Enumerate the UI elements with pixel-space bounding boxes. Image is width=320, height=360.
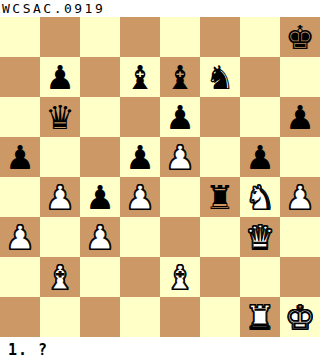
- black-pawn-icon: ♟: [45, 61, 75, 94]
- square-c3[interactable]: ♟: [80, 217, 120, 257]
- square-d1[interactable]: [120, 297, 160, 337]
- square-f1[interactable]: [200, 297, 240, 337]
- square-e1[interactable]: [160, 297, 200, 337]
- square-g4[interactable]: ♞: [240, 177, 280, 217]
- square-c5[interactable]: [80, 137, 120, 177]
- square-e7[interactable]: ♝: [160, 57, 200, 97]
- black-rook-icon: ♜: [205, 181, 235, 214]
- white-pawn-icon: ♟: [165, 141, 195, 174]
- square-h3[interactable]: [280, 217, 320, 257]
- square-d2[interactable]: [120, 257, 160, 297]
- square-c4[interactable]: ♟: [80, 177, 120, 217]
- black-pawn-icon: ♟: [165, 101, 195, 134]
- square-h8[interactable]: ♚: [280, 17, 320, 57]
- square-e2[interactable]: ♝: [160, 257, 200, 297]
- white-pawn-icon: ♟: [85, 221, 115, 254]
- square-d8[interactable]: [120, 17, 160, 57]
- square-f3[interactable]: [200, 217, 240, 257]
- square-b8[interactable]: [40, 17, 80, 57]
- square-b1[interactable]: [40, 297, 80, 337]
- chess-board: ♚♟♝♝♞♛♟♟♟♟♟♟♟♟♟♜♞♟♟♟♛♝♝♜♚: [0, 17, 320, 337]
- black-king-icon: ♚: [285, 21, 315, 54]
- square-a8[interactable]: [0, 17, 40, 57]
- chess-diagram: WCSAC.0919 ♚♟♝♝♞♛♟♟♟♟♟♟♟♟♟♜♞♟♟♟♛♝♝♜♚ 1. …: [0, 0, 320, 360]
- square-e6[interactable]: ♟: [160, 97, 200, 137]
- square-g2[interactable]: [240, 257, 280, 297]
- square-g8[interactable]: [240, 17, 280, 57]
- white-knight-icon: ♞: [245, 181, 275, 214]
- square-h7[interactable]: [280, 57, 320, 97]
- white-pawn-icon: ♟: [45, 181, 75, 214]
- square-e3[interactable]: [160, 217, 200, 257]
- white-bishop-icon: ♝: [45, 261, 75, 294]
- square-h6[interactable]: ♟: [280, 97, 320, 137]
- square-b6[interactable]: ♛: [40, 97, 80, 137]
- square-h2[interactable]: [280, 257, 320, 297]
- square-a6[interactable]: [0, 97, 40, 137]
- square-h4[interactable]: ♟: [280, 177, 320, 217]
- square-f7[interactable]: ♞: [200, 57, 240, 97]
- square-c1[interactable]: [80, 297, 120, 337]
- square-g3[interactable]: ♛: [240, 217, 280, 257]
- square-g6[interactable]: [240, 97, 280, 137]
- black-knight-icon: ♞: [205, 61, 235, 94]
- square-f4[interactable]: ♜: [200, 177, 240, 217]
- square-d7[interactable]: ♝: [120, 57, 160, 97]
- square-b3[interactable]: [40, 217, 80, 257]
- square-g5[interactable]: ♟: [240, 137, 280, 177]
- black-bishop-icon: ♝: [165, 61, 195, 94]
- square-f2[interactable]: [200, 257, 240, 297]
- black-pawn-icon: ♟: [245, 141, 275, 174]
- square-a1[interactable]: [0, 297, 40, 337]
- square-e4[interactable]: [160, 177, 200, 217]
- square-d4[interactable]: ♟: [120, 177, 160, 217]
- square-g7[interactable]: [240, 57, 280, 97]
- white-king-icon: ♚: [285, 301, 315, 334]
- square-b7[interactable]: ♟: [40, 57, 80, 97]
- white-pawn-icon: ♟: [5, 221, 35, 254]
- square-c8[interactable]: [80, 17, 120, 57]
- square-b2[interactable]: ♝: [40, 257, 80, 297]
- square-b5[interactable]: [40, 137, 80, 177]
- square-d5[interactable]: ♟: [120, 137, 160, 177]
- square-a7[interactable]: [0, 57, 40, 97]
- black-queen-icon: ♛: [45, 101, 75, 134]
- square-f5[interactable]: [200, 137, 240, 177]
- square-a5[interactable]: ♟: [0, 137, 40, 177]
- square-c7[interactable]: [80, 57, 120, 97]
- square-c2[interactable]: [80, 257, 120, 297]
- diagram-title: WCSAC.0919: [0, 0, 320, 17]
- square-a3[interactable]: ♟: [0, 217, 40, 257]
- square-c6[interactable]: [80, 97, 120, 137]
- white-queen-icon: ♛: [245, 221, 275, 254]
- square-e8[interactable]: [160, 17, 200, 57]
- square-d3[interactable]: [120, 217, 160, 257]
- square-b4[interactable]: ♟: [40, 177, 80, 217]
- move-prompt: 1. ?: [0, 337, 320, 360]
- black-pawn-icon: ♟: [5, 141, 35, 174]
- white-pawn-icon: ♟: [125, 181, 155, 214]
- white-bishop-icon: ♝: [165, 261, 195, 294]
- square-d6[interactable]: [120, 97, 160, 137]
- black-pawn-icon: ♟: [125, 141, 155, 174]
- square-f8[interactable]: [200, 17, 240, 57]
- white-rook-icon: ♜: [245, 301, 275, 334]
- black-pawn-icon: ♟: [85, 181, 115, 214]
- black-bishop-icon: ♝: [125, 61, 155, 94]
- white-pawn-icon: ♟: [285, 181, 315, 214]
- black-pawn-icon: ♟: [285, 101, 315, 134]
- square-e5[interactable]: ♟: [160, 137, 200, 177]
- square-a4[interactable]: [0, 177, 40, 217]
- square-h1[interactable]: ♚: [280, 297, 320, 337]
- square-g1[interactable]: ♜: [240, 297, 280, 337]
- square-a2[interactable]: [0, 257, 40, 297]
- square-f6[interactable]: [200, 97, 240, 137]
- square-h5[interactable]: [280, 137, 320, 177]
